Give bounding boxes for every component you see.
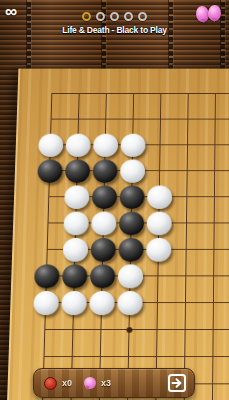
black-stone (118, 237, 143, 261)
white-stone (65, 133, 90, 156)
white-stone (38, 133, 63, 156)
white-stone (120, 159, 145, 182)
black-stone (34, 264, 60, 288)
white-stone (93, 133, 118, 156)
red-stone-count: x0 (62, 378, 72, 388)
pink-balloon-icon (84, 377, 96, 389)
exit-arrow-icon (167, 373, 187, 393)
balloon-lives-icon (196, 5, 224, 29)
balloon-count: x3 (101, 378, 111, 388)
white-stone (61, 291, 87, 315)
progress-dot-gold (82, 12, 91, 21)
top-bar: ∞ Life & Death - Black to Play (0, 0, 229, 40)
white-stone (33, 291, 59, 315)
white-stone (89, 291, 115, 315)
puzzle-title: Life & Death - Black to Play (0, 25, 229, 35)
progress-dot-gray (138, 12, 147, 21)
white-stone (147, 185, 172, 208)
white-stone (91, 211, 116, 235)
black-stone (119, 185, 144, 208)
black-stone (64, 159, 89, 182)
star-point (126, 327, 132, 333)
white-stone (120, 133, 145, 156)
board-grid (37, 93, 229, 400)
go-board[interactable] (0, 69, 229, 400)
red-stone-icon (44, 377, 57, 390)
progress-dot-gray (110, 12, 119, 21)
white-stone (62, 237, 88, 261)
black-stone (118, 211, 143, 235)
white-stone (63, 211, 88, 235)
puzzle-progress-dots (0, 12, 229, 21)
exit-button[interactable] (166, 373, 188, 395)
progress-dot-gray (96, 12, 105, 21)
black-stone (37, 159, 62, 182)
bottom-toolbar: x0 x3 (33, 368, 195, 398)
white-stone (146, 211, 171, 235)
black-stone (89, 264, 115, 288)
balloon-icon (207, 4, 221, 21)
white-stone (117, 291, 143, 315)
black-stone (92, 159, 117, 182)
progress-dot-gray (124, 12, 133, 21)
white-stone (64, 185, 89, 208)
black-stone (61, 264, 87, 288)
app-screen: ∞ Life & Death - Black to Play x0 x3 (0, 0, 229, 400)
white-stone (117, 264, 142, 288)
black-stone (90, 237, 115, 261)
white-stone (146, 237, 171, 261)
black-stone (91, 185, 116, 208)
